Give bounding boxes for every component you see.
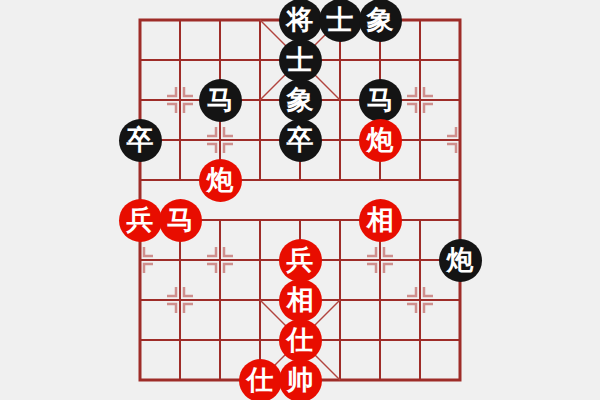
piece-black-advisor[interactable]: 士 bbox=[319, 0, 362, 42]
piece-red-cannon[interactable]: 炮 bbox=[199, 159, 242, 202]
piece-red-elephant[interactable]: 相 bbox=[279, 279, 322, 322]
piece-red-horse[interactable]: 马 bbox=[159, 199, 202, 242]
piece-black-soldier[interactable]: 卒 bbox=[279, 119, 322, 162]
piece-red-elephant[interactable]: 相 bbox=[359, 199, 402, 242]
piece-red-soldier[interactable]: 兵 bbox=[119, 199, 162, 242]
piece-black-horse[interactable]: 马 bbox=[359, 79, 402, 122]
piece-black-elephant[interactable]: 象 bbox=[279, 79, 322, 122]
piece-black-elephant[interactable]: 象 bbox=[359, 0, 402, 42]
piece-red-advisor[interactable]: 仕 bbox=[239, 359, 282, 400]
piece-red-cannon[interactable]: 炮 bbox=[359, 119, 402, 162]
piece-black-cannon[interactable]: 炮 bbox=[439, 239, 482, 282]
piece-black-advisor[interactable]: 士 bbox=[279, 39, 322, 82]
xiangqi-screenshot: 将士象士马象马卒卒炮炮兵马相兵炮相仕仕帅 bbox=[0, 0, 600, 400]
piece-black-general[interactable]: 将 bbox=[279, 0, 322, 42]
piece-black-horse[interactable]: 马 bbox=[199, 79, 242, 122]
piece-red-soldier[interactable]: 兵 bbox=[279, 239, 322, 282]
piece-red-advisor[interactable]: 仕 bbox=[279, 319, 322, 362]
piece-black-soldier[interactable]: 卒 bbox=[119, 119, 162, 162]
piece-red-general[interactable]: 帅 bbox=[279, 359, 322, 400]
